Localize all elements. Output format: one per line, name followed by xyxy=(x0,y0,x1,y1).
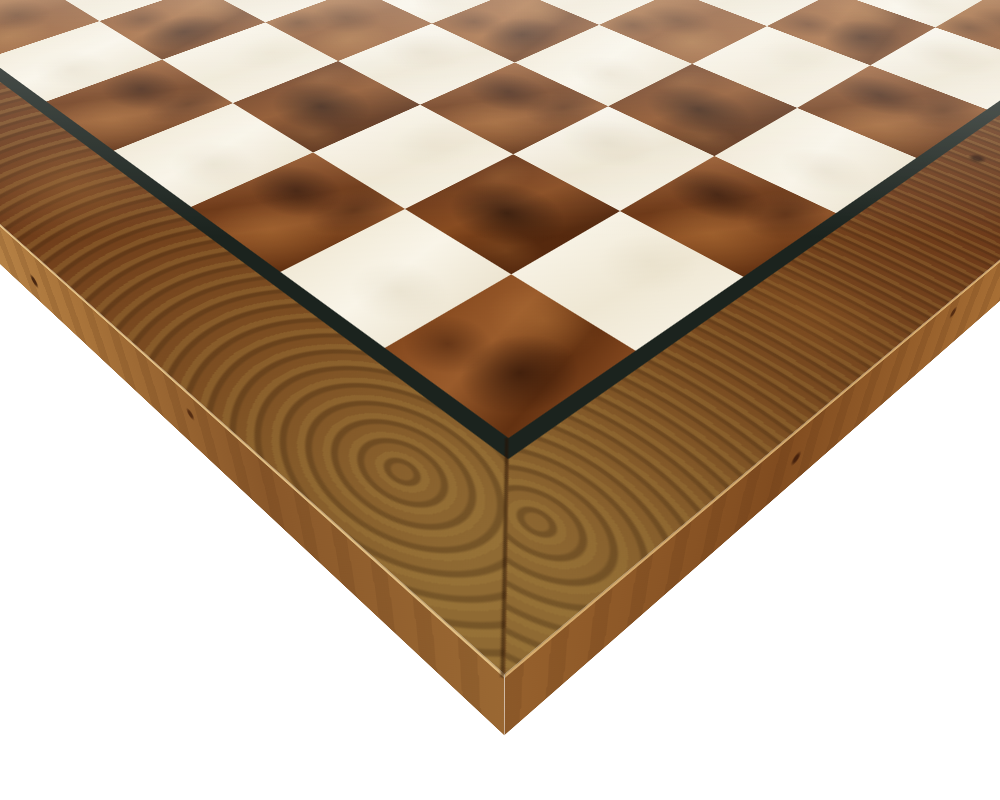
square-b2 xyxy=(405,154,620,274)
square-a7 xyxy=(935,0,1000,67)
square-b6 xyxy=(767,0,936,65)
square-g1 xyxy=(0,0,99,58)
square-a4 xyxy=(714,108,916,213)
square-b3 xyxy=(513,106,714,211)
chess-board xyxy=(0,0,1000,675)
board-scene xyxy=(0,0,1000,800)
square-a2 xyxy=(511,211,743,351)
square-f2 xyxy=(99,0,265,60)
square-c1 xyxy=(191,152,405,271)
square-b1 xyxy=(280,209,511,348)
square-b5 xyxy=(692,26,870,108)
frame-strip-left xyxy=(0,0,573,19)
frame-strip-far xyxy=(466,0,1000,30)
square-f3 xyxy=(200,0,358,22)
product-photo-stage: Corner close-up of a luxury dark walnut … xyxy=(0,0,1000,800)
square-f1 xyxy=(0,21,162,101)
square-h1 xyxy=(0,0,43,20)
square-c6 xyxy=(675,0,834,26)
square-e1 xyxy=(46,60,232,151)
square-b7 xyxy=(834,0,994,27)
square-c3 xyxy=(420,62,608,154)
square-e3 xyxy=(265,0,432,61)
gloss-sheen xyxy=(0,0,1000,675)
square-e4 xyxy=(358,0,516,24)
square-a3 xyxy=(620,156,836,277)
square-d5 xyxy=(516,0,675,25)
frame-mitre-seam xyxy=(500,438,508,678)
board-top-surface xyxy=(0,0,1000,675)
square-a8 xyxy=(994,0,1000,29)
square-c5 xyxy=(599,0,767,64)
square-a1 xyxy=(385,274,636,438)
square-d1 xyxy=(114,103,313,207)
square-a5 xyxy=(797,65,987,158)
square-a6 xyxy=(870,27,1000,109)
square-c4 xyxy=(515,25,692,106)
square-b4 xyxy=(608,64,797,156)
square-e2 xyxy=(162,22,338,103)
square-d2 xyxy=(233,61,420,152)
square-d3 xyxy=(338,24,515,105)
square-d4 xyxy=(432,0,599,62)
square-g2 xyxy=(43,0,200,21)
square-c2 xyxy=(313,105,513,209)
